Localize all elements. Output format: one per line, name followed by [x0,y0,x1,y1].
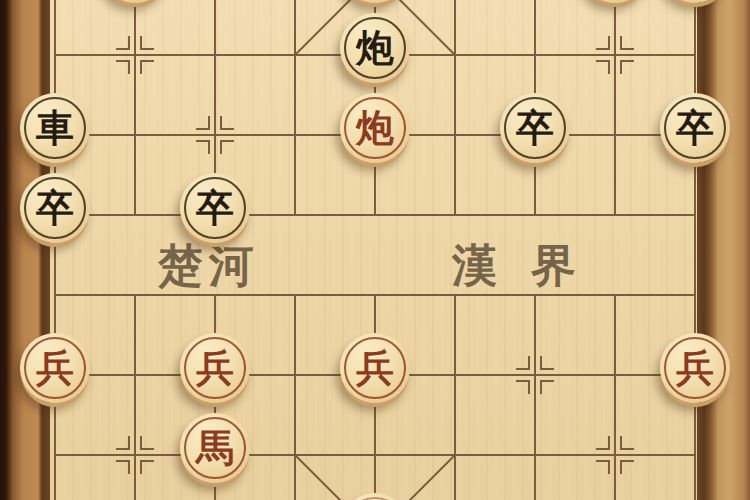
piece-character: 炮 [340,13,410,83]
river-text-right: 漢界 [452,237,610,295]
piece-character: 卒 [500,93,570,163]
piece-character: 卒 [180,173,250,243]
piece-red-soldier[interactable]: 兵 [340,333,410,403]
piece-hidden-piece[interactable] [340,493,410,500]
xiangqi-app: 楚河 漢界 炮車炮卒卒卒卒兵兵兵兵馬 [0,0,750,500]
board-frame-left [0,0,50,500]
piece-character [340,493,410,500]
piece-red-cannon[interactable]: 炮 [340,93,410,163]
piece-character [580,0,650,3]
piece-character: 兵 [660,333,730,403]
piece-black-chariot[interactable]: 車 [20,93,90,163]
board-frame-right [697,0,750,500]
piece-hidden-piece[interactable] [340,0,410,3]
piece-character [660,0,730,3]
piece-character: 兵 [20,333,90,403]
piece-hidden-piece[interactable] [580,0,650,3]
piece-hidden-piece[interactable] [660,0,730,3]
piece-character [100,0,170,3]
piece-hidden-piece[interactable] [100,0,170,3]
piece-character: 炮 [340,93,410,163]
piece-character: 兵 [340,333,410,403]
piece-character: 車 [20,93,90,163]
piece-character: 兵 [180,333,250,403]
piece-black-soldier[interactable]: 卒 [20,173,90,243]
river-text-left: 楚河 [158,237,260,295]
piece-character [340,0,410,3]
piece-red-soldier[interactable]: 兵 [660,333,730,403]
piece-character: 卒 [20,173,90,243]
piece-red-soldier[interactable]: 兵 [20,333,90,403]
piece-red-soldier[interactable]: 兵 [180,333,250,403]
piece-red-horse[interactable]: 馬 [180,413,250,483]
piece-character: 卒 [660,93,730,163]
piece-black-soldier[interactable]: 卒 [660,93,730,163]
board-surface[interactable]: 楚河 漢界 炮車炮卒卒卒卒兵兵兵兵馬 [0,0,750,500]
piece-black-cannon[interactable]: 炮 [340,13,410,83]
piece-black-soldier[interactable]: 卒 [500,93,570,163]
piece-black-soldier[interactable]: 卒 [180,173,250,243]
piece-character: 馬 [180,413,250,483]
